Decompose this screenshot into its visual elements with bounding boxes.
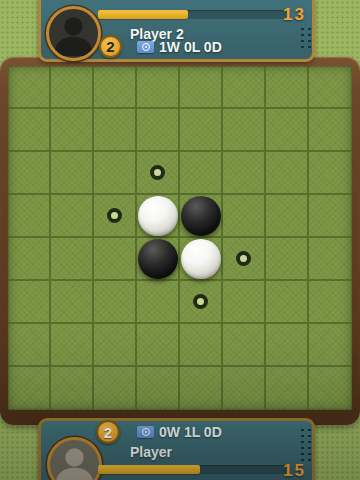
board-cell-b6[interactable] — [51, 281, 94, 324]
board-cell-e2[interactable] — [180, 109, 223, 152]
white-disc — [181, 239, 221, 279]
board-cell-g6[interactable] — [266, 281, 309, 324]
person-icon — [50, 440, 99, 480]
board-cell-g4[interactable] — [266, 195, 309, 238]
white-disc — [138, 196, 178, 236]
board-cell-h2[interactable] — [309, 109, 352, 152]
opponent-panel: 13 2 Player 2 1W 0L 0D — [38, 0, 315, 62]
board-cell-c7[interactable] — [94, 324, 137, 367]
player-level-badge: 2 — [96, 420, 120, 444]
board-cell-b8[interactable] — [51, 367, 94, 410]
board-cell-h8[interactable] — [309, 367, 352, 410]
board-cell-h1[interactable] — [309, 66, 352, 109]
board-cell-g2[interactable] — [266, 109, 309, 152]
board-cell-e8[interactable] — [180, 367, 223, 410]
board-cell-c2[interactable] — [94, 109, 137, 152]
player-avatar[interactable] — [47, 437, 102, 480]
board-cell-h7[interactable] — [309, 324, 352, 367]
board-cell-e1[interactable] — [180, 66, 223, 109]
board-cell-a4[interactable] — [8, 195, 51, 238]
opponent-time-bar — [98, 10, 286, 19]
un-flag-icon — [137, 41, 154, 53]
un-flag-icon — [137, 426, 154, 438]
board-cell-a7[interactable] — [8, 324, 51, 367]
opponent-avatar[interactable] — [46, 6, 101, 61]
board-cell-d7[interactable] — [137, 324, 180, 367]
board-cell-g7[interactable] — [266, 324, 309, 367]
board-cell-f6[interactable] — [223, 281, 266, 324]
board-cell-e7[interactable] — [180, 324, 223, 367]
board-cell-g3[interactable] — [266, 152, 309, 195]
player-record: 0W 1L 0D — [159, 424, 222, 440]
board-cell-h3[interactable] — [309, 152, 352, 195]
board-cell-c8[interactable] — [94, 367, 137, 410]
board-cell-f1[interactable] — [223, 66, 266, 109]
board-cell-f7[interactable] — [223, 324, 266, 367]
opponent-score: 13 — [283, 5, 306, 25]
board-cell-f2[interactable] — [223, 109, 266, 152]
board-cell-a6[interactable] — [8, 281, 51, 324]
board-cell-d2[interactable] — [137, 109, 180, 152]
board-cell-c1[interactable] — [94, 66, 137, 109]
player-record-row: 0W 1L 0D — [137, 424, 222, 440]
board-cell-g8[interactable] — [266, 367, 309, 410]
board-cell-d8[interactable] — [137, 367, 180, 410]
board-cell-h4[interactable] — [309, 195, 352, 238]
opponent-record: 1W 0L 0D — [159, 39, 222, 55]
player-time-bar — [98, 465, 286, 474]
board-cell-h6[interactable] — [309, 281, 352, 324]
player-time-bar-fill — [98, 465, 200, 474]
board-cell-b2[interactable] — [51, 109, 94, 152]
board-cell-c5[interactable] — [94, 238, 137, 281]
dots-decoration — [299, 427, 311, 461]
opponent-time-bar-fill — [98, 10, 188, 19]
board-cell-e5[interactable] — [180, 238, 223, 281]
legal-move-hint-d3[interactable] — [150, 165, 165, 180]
legal-move-hint-f5[interactable] — [236, 251, 251, 266]
board-cell-b7[interactable] — [51, 324, 94, 367]
board-cell-b4[interactable] — [51, 195, 94, 238]
board-cell-f5[interactable] — [223, 238, 266, 281]
board-cell-d5[interactable] — [137, 238, 180, 281]
board-cell-e4[interactable] — [180, 195, 223, 238]
board-cell-c4[interactable] — [94, 195, 137, 238]
player-name: Player — [130, 444, 172, 460]
board-cell-a2[interactable] — [8, 109, 51, 152]
board-cell-e3[interactable] — [180, 152, 223, 195]
board-cell-f8[interactable] — [223, 367, 266, 410]
board-cell-g5[interactable] — [266, 238, 309, 281]
player-score: 15 — [283, 461, 306, 480]
board-cell-b3[interactable] — [51, 152, 94, 195]
board-cell-c6[interactable] — [94, 281, 137, 324]
legal-move-hint-c4[interactable] — [107, 208, 122, 223]
board-cell-b5[interactable] — [51, 238, 94, 281]
black-disc — [181, 196, 221, 236]
player-panel: 2 0W 1L 0D Player 15 — [38, 418, 315, 480]
board-cell-d1[interactable] — [137, 66, 180, 109]
board-cell-h5[interactable] — [309, 238, 352, 281]
board-cell-a3[interactable] — [8, 152, 51, 195]
board-cell-a1[interactable] — [8, 66, 51, 109]
board-cell-b1[interactable] — [51, 66, 94, 109]
board-cell-a8[interactable] — [8, 367, 51, 410]
board-cell-e6[interactable] — [180, 281, 223, 324]
board-cell-f3[interactable] — [223, 152, 266, 195]
board-cell-c3[interactable] — [94, 152, 137, 195]
legal-move-hint-e6[interactable] — [193, 294, 208, 309]
board-cell-d4[interactable] — [137, 195, 180, 238]
othello-board[interactable] — [8, 66, 352, 410]
board-cell-d3[interactable] — [137, 152, 180, 195]
board-cell-d6[interactable] — [137, 281, 180, 324]
opponent-level-badge: 2 — [99, 35, 122, 58]
board-cell-a5[interactable] — [8, 238, 51, 281]
board-frame — [0, 57, 360, 425]
board-cell-g1[interactable] — [266, 66, 309, 109]
opponent-record-row: 1W 0L 0D — [137, 39, 222, 55]
reversi-game-screen: 13 2 Player 2 1W 0L 0D 2 0W 1L 0D Playe — [0, 0, 360, 480]
board-cell-f4[interactable] — [223, 195, 266, 238]
dots-decoration — [299, 26, 311, 52]
person-icon — [49, 9, 98, 58]
black-disc — [138, 239, 178, 279]
